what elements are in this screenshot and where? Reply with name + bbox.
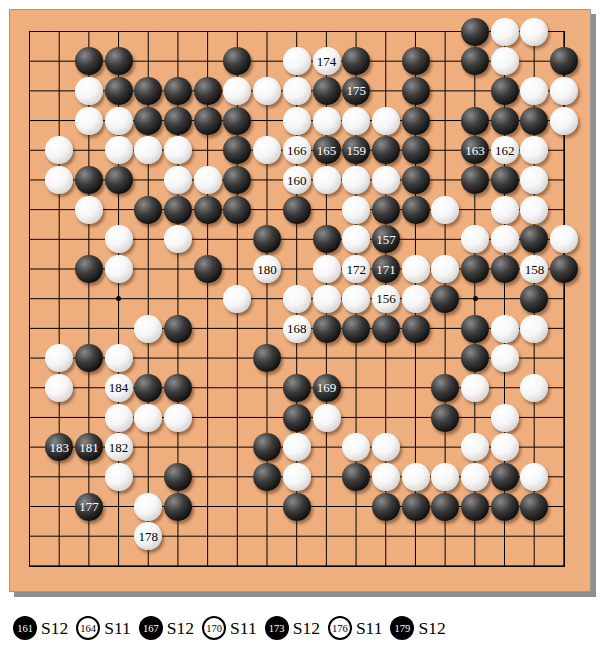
black-stone[interactable] (461, 107, 489, 135)
caption-entry: 173S12 (265, 616, 328, 640)
white-stone[interactable] (342, 285, 370, 313)
move-number: 162 (495, 144, 515, 157)
black-stone[interactable] (75, 166, 103, 194)
white-stone[interactable] (520, 18, 548, 46)
white-stone[interactable] (313, 107, 341, 135)
black-stone[interactable] (313, 225, 341, 253)
move-caption: 161S12164S11167S12170S11173S12176S11179S… (13, 614, 454, 642)
black-stone[interactable] (164, 463, 192, 491)
white-stone[interactable]: 156 (372, 285, 400, 313)
white-stone[interactable] (134, 404, 162, 432)
caption-point-label: S11 (104, 618, 131, 639)
black-stone[interactable] (134, 374, 162, 402)
white-stone[interactable] (164, 404, 192, 432)
caption-white-stone: 170 (202, 616, 226, 640)
black-stone[interactable] (75, 255, 103, 283)
black-stone[interactable] (194, 255, 222, 283)
black-stone[interactable] (313, 77, 341, 105)
caption-entry: 167S12 (139, 616, 202, 640)
star-point (473, 296, 478, 301)
black-stone[interactable] (372, 136, 400, 164)
black-stone[interactable] (342, 463, 370, 491)
black-stone[interactable] (461, 493, 489, 521)
black-stone[interactable] (491, 107, 519, 135)
white-stone[interactable]: 174 (313, 47, 341, 75)
white-stone[interactable] (402, 285, 430, 313)
move-number: 157 (376, 233, 396, 246)
white-stone[interactable] (283, 463, 311, 491)
caption-white-stone: 176 (328, 616, 352, 640)
black-stone[interactable] (550, 255, 578, 283)
black-stone[interactable] (372, 493, 400, 521)
black-stone[interactable] (164, 374, 192, 402)
black-stone[interactable]: 165 (313, 136, 341, 164)
white-stone[interactable] (372, 433, 400, 461)
white-stone[interactable] (491, 315, 519, 343)
black-stone[interactable] (491, 255, 519, 283)
white-stone[interactable]: 168 (283, 315, 311, 343)
black-stone[interactable] (402, 315, 430, 343)
black-stone[interactable]: 175 (342, 77, 370, 105)
move-number: 156 (376, 292, 396, 305)
white-stone[interactable]: 180 (253, 255, 281, 283)
black-stone[interactable] (402, 77, 430, 105)
black-stone[interactable] (491, 77, 519, 105)
white-stone[interactable] (372, 463, 400, 491)
white-stone[interactable]: 182 (105, 433, 133, 461)
black-stone[interactable] (253, 463, 281, 491)
black-stone[interactable] (164, 107, 192, 135)
black-stone[interactable] (431, 404, 459, 432)
caption-entry: 176S11 (328, 616, 391, 640)
black-stone[interactable]: 181 (75, 433, 103, 461)
black-stone[interactable] (491, 463, 519, 491)
white-stone[interactable] (134, 493, 162, 521)
move-number: 163 (465, 144, 485, 157)
black-stone[interactable] (105, 77, 133, 105)
white-stone[interactable]: 160 (283, 166, 311, 194)
white-stone[interactable] (134, 315, 162, 343)
black-stone[interactable] (461, 255, 489, 283)
white-stone[interactable] (342, 196, 370, 224)
black-stone[interactable] (283, 374, 311, 402)
black-stone[interactable] (194, 77, 222, 105)
white-stone[interactable] (550, 77, 578, 105)
black-stone[interactable] (431, 374, 459, 402)
white-stone[interactable] (45, 166, 73, 194)
white-stone[interactable] (105, 136, 133, 164)
white-stone[interactable] (105, 463, 133, 491)
black-stone[interactable] (105, 166, 133, 194)
white-stone[interactable] (75, 107, 103, 135)
white-stone[interactable] (313, 285, 341, 313)
black-stone[interactable] (164, 493, 192, 521)
black-stone[interactable] (134, 77, 162, 105)
black-stone[interactable] (134, 196, 162, 224)
white-stone[interactable] (372, 107, 400, 135)
move-number: 177 (79, 500, 99, 513)
black-stone[interactable] (223, 196, 251, 224)
black-stone[interactable] (75, 344, 103, 372)
black-stone[interactable] (461, 315, 489, 343)
move-number: 172 (346, 263, 366, 276)
white-stone[interactable] (491, 225, 519, 253)
black-stone[interactable] (431, 493, 459, 521)
black-stone[interactable] (283, 196, 311, 224)
black-stone[interactable] (520, 107, 548, 135)
white-stone[interactable] (372, 166, 400, 194)
caption-point-label: S12 (418, 618, 445, 639)
black-stone[interactable] (402, 196, 430, 224)
caption-point-label: S12 (293, 618, 320, 639)
black-stone[interactable] (520, 285, 548, 313)
white-stone[interactable] (45, 374, 73, 402)
black-stone[interactable] (461, 47, 489, 75)
white-stone[interactable] (283, 47, 311, 75)
white-stone[interactable] (283, 77, 311, 105)
white-stone[interactable] (491, 433, 519, 461)
white-stone[interactable] (520, 315, 548, 343)
black-stone[interactable] (402, 47, 430, 75)
black-stone[interactable] (164, 315, 192, 343)
white-stone[interactable] (342, 166, 370, 194)
black-stone[interactable] (461, 166, 489, 194)
white-stone[interactable] (491, 404, 519, 432)
caption-white-stone: 164 (76, 616, 100, 640)
black-stone[interactable] (164, 77, 192, 105)
move-number: 181 (79, 441, 99, 454)
caption-entry: 179S12 (390, 616, 453, 640)
black-stone[interactable] (491, 493, 519, 521)
black-stone[interactable] (431, 285, 459, 313)
white-stone[interactable] (75, 196, 103, 224)
move-number: 175 (346, 84, 366, 97)
white-stone[interactable] (253, 77, 281, 105)
black-stone[interactable] (342, 315, 370, 343)
move-number: 165 (317, 144, 337, 157)
black-stone[interactable]: 169 (313, 374, 341, 402)
black-stone[interactable] (402, 166, 430, 194)
white-stone[interactable] (283, 433, 311, 461)
white-stone[interactable] (283, 107, 311, 135)
black-stone[interactable]: 171 (372, 255, 400, 283)
black-stone[interactable] (402, 107, 430, 135)
black-stone[interactable] (372, 196, 400, 224)
black-stone[interactable] (461, 18, 489, 46)
move-number: 160 (287, 174, 307, 187)
move-number: 171 (376, 263, 396, 276)
black-stone[interactable] (313, 315, 341, 343)
caption-point-label: S12 (41, 618, 68, 639)
white-stone[interactable] (105, 107, 133, 135)
move-number: 169 (317, 381, 337, 394)
white-stone[interactable] (164, 166, 192, 194)
move-number: 184 (109, 381, 129, 394)
black-stone[interactable] (223, 107, 251, 135)
move-number: 182 (109, 441, 129, 454)
move-number: 168 (287, 322, 307, 335)
white-stone[interactable] (223, 285, 251, 313)
black-stone[interactable]: 177 (75, 493, 103, 521)
black-stone[interactable] (164, 196, 192, 224)
black-stone[interactable] (402, 493, 430, 521)
white-stone[interactable] (342, 107, 370, 135)
black-stone[interactable] (283, 493, 311, 521)
white-stone[interactable]: 184 (105, 374, 133, 402)
caption-black-stone: 179 (390, 616, 414, 640)
caption-black-stone: 167 (139, 616, 163, 640)
black-stone[interactable] (372, 315, 400, 343)
move-number: 159 (346, 144, 366, 157)
white-stone[interactable] (313, 166, 341, 194)
white-stone[interactable] (491, 196, 519, 224)
caption-entry: 170S11 (202, 616, 265, 640)
white-stone[interactable] (75, 77, 103, 105)
white-stone[interactable] (491, 47, 519, 75)
white-stone[interactable] (520, 196, 548, 224)
white-stone[interactable] (313, 404, 341, 432)
white-stone[interactable] (550, 107, 578, 135)
move-number: 183 (49, 441, 69, 454)
black-stone[interactable] (194, 107, 222, 135)
white-stone[interactable] (491, 18, 519, 46)
black-stone[interactable] (520, 493, 548, 521)
black-stone[interactable] (461, 344, 489, 372)
caption-entry: 161S12 (13, 616, 76, 640)
white-stone[interactable]: 166 (283, 136, 311, 164)
white-stone[interactable] (105, 225, 133, 253)
caption-black-stone: 173 (265, 616, 289, 640)
white-stone[interactable] (550, 225, 578, 253)
black-stone[interactable] (75, 47, 103, 75)
white-stone[interactable] (283, 285, 311, 313)
move-number: 174 (317, 55, 337, 68)
move-number: 166 (287, 144, 307, 157)
white-stone[interactable] (194, 166, 222, 194)
black-stone[interactable] (402, 136, 430, 164)
black-stone[interactable] (550, 47, 578, 75)
black-stone[interactable] (134, 107, 162, 135)
white-stone[interactable] (105, 344, 133, 372)
go-board[interactable]: 1741751661651591631621601571801721711581… (9, 9, 591, 592)
caption-black-stone: 161 (13, 616, 37, 640)
white-stone[interactable] (461, 463, 489, 491)
white-stone[interactable] (431, 196, 459, 224)
white-stone[interactable] (313, 255, 341, 283)
black-stone[interactable] (283, 404, 311, 432)
white-stone[interactable]: 162 (491, 136, 519, 164)
white-stone[interactable] (105, 255, 133, 283)
white-stone[interactable] (402, 255, 430, 283)
move-number: 158 (525, 263, 545, 276)
black-stone[interactable] (491, 166, 519, 194)
white-stone[interactable] (402, 463, 430, 491)
caption-point-label: S11 (230, 618, 257, 639)
white-stone[interactable] (491, 344, 519, 372)
move-number: 178 (139, 530, 159, 543)
caption-entry: 164S11 (76, 616, 139, 640)
black-stone[interactable] (194, 196, 222, 224)
black-stone[interactable] (105, 47, 133, 75)
white-stone[interactable] (105, 404, 133, 432)
caption-point-label: S11 (356, 618, 383, 639)
white-stone[interactable] (461, 374, 489, 402)
caption-point-label: S12 (167, 618, 194, 639)
move-number: 180 (257, 263, 277, 276)
